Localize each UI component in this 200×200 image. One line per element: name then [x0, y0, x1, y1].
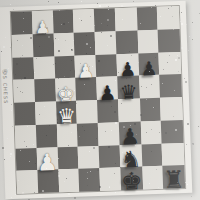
square-a6[interactable]	[115, 8, 137, 31]
photo-frame: ⓇUS CHESS ❖ ♟♟♟♟♚♟♛♛♟♟♞♚♜	[0, 0, 200, 200]
square-e1[interactable]	[14, 102, 36, 125]
square-b7[interactable]	[137, 30, 159, 53]
chess-board: ⓇUS CHESS ❖ ♟♟♟♟♚♟♛♛♟♟♞♚♜	[0, 1, 192, 199]
square-a5[interactable]	[94, 8, 116, 31]
piece-white-king-d3[interactable]: ♚	[57, 86, 75, 103]
square-a2[interactable]: ♟	[32, 10, 54, 33]
square-c8[interactable]	[159, 52, 181, 75]
square-c2[interactable]	[33, 56, 55, 79]
square-f8[interactable]	[161, 120, 183, 143]
square-g2[interactable]: ♟	[36, 147, 58, 170]
square-e2[interactable]	[35, 101, 57, 124]
square-d2[interactable]	[34, 79, 56, 102]
square-g5[interactable]	[99, 145, 121, 168]
square-a1[interactable]	[11, 11, 33, 34]
square-h8[interactable]: ♜	[163, 165, 185, 188]
square-d5[interactable]: ♟	[97, 76, 119, 99]
square-a3[interactable]	[53, 10, 75, 33]
piece-black-pawn-f6[interactable]: ♟	[120, 128, 140, 146]
square-e3[interactable]: ♛	[56, 101, 78, 124]
piece-white-pawn-a2[interactable]: ♟	[35, 21, 51, 35]
piece-white-pawn-c4[interactable]: ♟	[77, 63, 95, 79]
square-f5[interactable]	[98, 122, 120, 145]
square-d8[interactable]	[160, 74, 182, 97]
square-b3[interactable]	[53, 32, 75, 55]
square-e4[interactable]	[76, 100, 98, 123]
square-f7[interactable]	[140, 120, 162, 143]
square-f1[interactable]	[15, 125, 37, 148]
board-brand-text: ⓇUS CHESS	[2, 65, 8, 104]
piece-black-pawn-c7[interactable]: ♟	[140, 61, 158, 77]
square-h3[interactable]	[58, 169, 80, 192]
piece-black-pawn-c6[interactable]: ♟	[119, 62, 137, 78]
square-a4[interactable]	[73, 9, 95, 32]
square-c5[interactable]	[96, 54, 118, 77]
square-e8[interactable]	[160, 97, 182, 120]
brand-label: US CHESS	[2, 71, 9, 104]
square-g8[interactable]	[162, 142, 184, 165]
square-h7[interactable]	[142, 166, 164, 189]
square-b1[interactable]	[12, 34, 34, 57]
square-b4[interactable]	[74, 32, 96, 55]
square-g7[interactable]	[141, 143, 163, 166]
square-g6[interactable]: ♞	[120, 144, 142, 167]
square-a7[interactable]	[136, 7, 158, 30]
square-g1[interactable]	[16, 148, 38, 171]
square-c7[interactable]: ♟	[138, 52, 160, 75]
square-c1[interactable]	[12, 57, 34, 80]
square-c3[interactable]	[54, 55, 76, 78]
square-h1[interactable]	[16, 170, 38, 193]
square-f2[interactable]	[36, 124, 58, 147]
square-a8[interactable]	[157, 6, 179, 29]
piece-black-pawn-d5[interactable]: ♟	[98, 85, 116, 102]
square-b5[interactable]	[95, 31, 117, 54]
square-c6[interactable]: ♟	[117, 53, 139, 76]
square-h6[interactable]: ♚	[121, 167, 143, 190]
square-b8[interactable]	[158, 29, 180, 52]
square-g3[interactable]	[57, 146, 79, 169]
square-b6[interactable]	[116, 30, 138, 53]
square-c4[interactable]: ♟	[75, 54, 97, 77]
piece-black-king-h6[interactable]: ♚	[121, 172, 143, 192]
square-h5[interactable]	[100, 167, 122, 190]
square-f6[interactable]: ♟	[119, 121, 141, 144]
piece-black-queen-d6[interactable]: ♛	[119, 84, 137, 101]
board-grid: ♟♟♟♟♚♟♛♛♟♟♞♚♜	[11, 6, 185, 194]
square-g4[interactable]	[78, 145, 100, 168]
square-d1[interactable]	[13, 79, 35, 102]
square-e7[interactable]	[140, 98, 162, 121]
piece-white-queen-e3[interactable]: ♛	[57, 108, 76, 125]
piece-white-pawn-g2[interactable]: ♟	[37, 153, 58, 172]
square-d3[interactable]: ♚	[55, 78, 77, 101]
piece-black-rook-h8[interactable]: ♜	[163, 170, 185, 190]
square-f4[interactable]	[77, 123, 99, 146]
square-h4[interactable]	[79, 168, 101, 191]
